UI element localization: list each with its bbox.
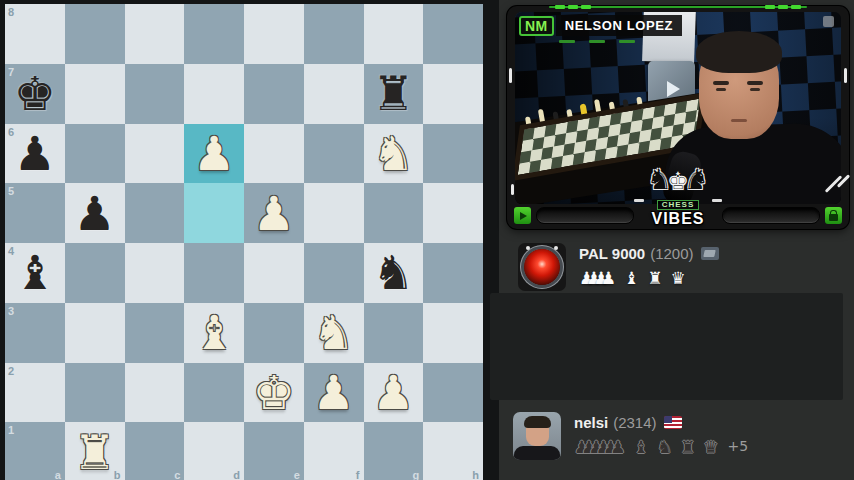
- square-h3[interactable]: [423, 303, 483, 363]
- captured-p-icon: ♟: [610, 439, 625, 456]
- logo-vibes-text: VIBES: [632, 211, 724, 227]
- square-a1[interactable]: 1a: [5, 422, 65, 480]
- square-a7[interactable]: 7♚: [5, 64, 65, 124]
- square-g7[interactable]: ♜: [364, 64, 424, 124]
- player-name[interactable]: PAL 9000: [579, 245, 645, 262]
- piece-white-b-d3[interactable]: ♝: [184, 303, 244, 363]
- piece-black-p-a6[interactable]: ♟: [5, 124, 65, 184]
- square-f7[interactable]: [304, 64, 364, 124]
- square-g8[interactable]: [364, 4, 424, 64]
- square-e5[interactable]: ♟: [244, 183, 304, 243]
- captured-n-icon: ♞: [657, 439, 672, 456]
- captured-b-icon: ♝: [634, 439, 649, 456]
- square-f6[interactable]: [304, 124, 364, 184]
- logo-king-icon: ♚: [667, 169, 689, 194]
- chess-board[interactable]: 87♚♜6♟♟♞5♟♟4♝♞3♝♞2♚♟♟1ab♜cdefgh: [5, 4, 483, 480]
- square-b1[interactable]: b♜: [65, 422, 125, 480]
- piece-white-k-e2[interactable]: ♚: [244, 363, 304, 423]
- square-a8[interactable]: 8: [5, 4, 65, 64]
- square-b3[interactable]: [65, 303, 125, 363]
- square-e8[interactable]: [244, 4, 304, 64]
- square-f1[interactable]: f: [304, 422, 364, 480]
- piece-black-b-a4[interactable]: ♝: [5, 243, 65, 303]
- piece-black-r-g7[interactable]: ♜: [364, 64, 424, 124]
- frame-tick-right: [844, 68, 847, 83]
- rank-label-2: 2: [8, 365, 14, 377]
- square-a3[interactable]: 3: [5, 303, 65, 363]
- video-corner-button[interactable]: [823, 16, 834, 27]
- square-h1[interactable]: h: [423, 422, 483, 480]
- captured-q-icon: ♛: [671, 270, 686, 287]
- square-h7[interactable]: [423, 64, 483, 124]
- chess-vibes-logo: ♞ ♚ ♞ CHESS VIBES: [632, 164, 724, 227]
- square-d1[interactable]: d: [184, 422, 244, 480]
- square-e7[interactable]: [244, 64, 304, 124]
- frame-tick-left: [509, 68, 512, 83]
- lock-icon: [829, 214, 838, 221]
- piece-white-r-b1[interactable]: ♜: [65, 422, 125, 480]
- rank-label-1: 1: [8, 424, 14, 436]
- material-advantage: +5: [728, 438, 749, 456]
- bottom-bar-slot-left: [536, 207, 634, 224]
- file-label-f: f: [356, 469, 360, 480]
- square-g5[interactable]: [364, 183, 424, 243]
- square-h4[interactable]: [423, 243, 483, 303]
- square-e2[interactable]: ♚: [244, 363, 304, 423]
- piece-white-p-f2[interactable]: ♟: [304, 363, 364, 423]
- avatar[interactable]: [513, 412, 561, 460]
- stream-video-frame: NM NELSON LOPEZ ♞ ♚ ♞ CHESS VIBES: [507, 6, 849, 229]
- streamer-hair: [696, 31, 782, 73]
- captured-b-icon: ♝: [624, 270, 639, 287]
- captured-q-icon: ♛: [703, 439, 718, 456]
- piece-white-p-g2[interactable]: ♟: [364, 363, 424, 423]
- file-label-g: g: [413, 469, 420, 480]
- square-c1[interactable]: c: [125, 422, 185, 480]
- player-name[interactable]: nelsi: [574, 414, 608, 431]
- square-c2[interactable]: [125, 363, 185, 423]
- badge-underline-dashes: [559, 40, 635, 43]
- square-b4[interactable]: [65, 243, 125, 303]
- player-card-top: PAL 9000 (1200) ♟♟♟♟♝♜♛: [518, 243, 719, 291]
- streamer-head: [699, 37, 779, 139]
- us-flag-icon: [664, 416, 682, 429]
- move-list-panel[interactable]: [490, 293, 843, 400]
- square-b2[interactable]: [65, 363, 125, 423]
- computer-flag-icon: [701, 247, 719, 260]
- avatar-shirt: [514, 446, 560, 460]
- square-d5[interactable]: [184, 183, 244, 243]
- piece-black-k-a7[interactable]: ♚: [5, 64, 65, 124]
- piece-white-n-g6[interactable]: ♞: [364, 124, 424, 184]
- piece-white-n-f3[interactable]: ♞: [304, 303, 364, 363]
- square-a5[interactable]: 5: [5, 183, 65, 243]
- frame-tick-left-lower: [511, 184, 514, 195]
- square-b7[interactable]: [65, 64, 125, 124]
- square-b6[interactable]: [65, 124, 125, 184]
- frame-top-dashes-right: [765, 5, 801, 9]
- square-c5[interactable]: [125, 183, 185, 243]
- square-h8[interactable]: [423, 4, 483, 64]
- piece-black-p-b5[interactable]: ♟: [65, 183, 125, 243]
- square-d2[interactable]: [184, 363, 244, 423]
- square-a4[interactable]: 4♝: [5, 243, 65, 303]
- square-d6[interactable]: ♟: [184, 124, 244, 184]
- square-f2[interactable]: ♟: [304, 363, 364, 423]
- square-e6[interactable]: [244, 124, 304, 184]
- square-c6[interactable]: [125, 124, 185, 184]
- square-f3[interactable]: ♞: [304, 303, 364, 363]
- rank-label-5: 5: [8, 185, 14, 197]
- logo-chess-text: CHESS: [657, 200, 700, 210]
- square-g3[interactable]: [364, 303, 424, 363]
- file-label-c: c: [174, 469, 180, 480]
- square-f4[interactable]: [304, 243, 364, 303]
- nm-title-badge: NM: [519, 16, 554, 36]
- play-button[interactable]: [514, 207, 531, 224]
- square-c8[interactable]: [125, 4, 185, 64]
- piece-white-p-d6[interactable]: ♟: [184, 124, 244, 184]
- streamer-name-label: NELSON LOPEZ: [556, 15, 682, 36]
- captured-pieces-bottom: ♟♟♟♟♟♟♝♞♜♛+5: [574, 435, 748, 456]
- captured-r-icon: ♜: [680, 439, 695, 456]
- file-label-h: h: [472, 469, 479, 480]
- bottom-bar-slot-right: [722, 207, 820, 224]
- square-c4[interactable]: [125, 243, 185, 303]
- square-h2[interactable]: [423, 363, 483, 423]
- play-icon: [520, 212, 527, 220]
- square-c3[interactable]: [125, 303, 185, 363]
- square-e3[interactable]: [244, 303, 304, 363]
- avatar-face: [526, 419, 549, 446]
- square-g6[interactable]: ♞: [364, 124, 424, 184]
- player-card-bottom: nelsi (2314) ♟♟♟♟♟♟♝♞♜♛+5: [513, 412, 748, 460]
- square-d8[interactable]: [184, 4, 244, 64]
- square-e1[interactable]: e: [244, 422, 304, 480]
- piece-black-n-g4[interactable]: ♞: [364, 243, 424, 303]
- square-h5[interactable]: [423, 183, 483, 243]
- avatar[interactable]: [518, 243, 566, 291]
- square-a6[interactable]: 6♟: [5, 124, 65, 184]
- square-d3[interactable]: ♝: [184, 303, 244, 363]
- captured-pieces-top: ♟♟♟♟♝♜♛: [579, 266, 719, 287]
- square-g4[interactable]: ♞: [364, 243, 424, 303]
- streamer-title-row: NM NELSON LOPEZ: [519, 15, 682, 36]
- square-f8[interactable]: [304, 4, 364, 64]
- square-b8[interactable]: [65, 4, 125, 64]
- player-rating: (2314): [613, 414, 656, 431]
- square-b5[interactable]: ♟: [65, 183, 125, 243]
- square-h6[interactable]: [423, 124, 483, 184]
- rank-label-3: 3: [8, 305, 14, 317]
- captured-r-icon: ♜: [647, 270, 662, 287]
- square-a2[interactable]: 2: [5, 363, 65, 423]
- square-c7[interactable]: [125, 64, 185, 124]
- square-d7[interactable]: [184, 64, 244, 124]
- square-e4[interactable]: [244, 243, 304, 303]
- piece-white-p-e5[interactable]: ♟: [244, 183, 304, 243]
- square-g2[interactable]: ♟: [364, 363, 424, 423]
- square-g1[interactable]: g: [364, 422, 424, 480]
- hal-eye-icon: [524, 249, 560, 285]
- rank-label-8: 8: [8, 6, 14, 18]
- captured-p-icon: ♟: [601, 270, 616, 287]
- file-label-a: a: [55, 469, 61, 480]
- square-d4[interactable]: [184, 243, 244, 303]
- lock-button[interactable]: [825, 207, 842, 224]
- file-label-e: e: [294, 469, 300, 480]
- player-rating: (1200): [650, 245, 693, 262]
- square-f5[interactable]: [304, 183, 364, 243]
- file-label-d: d: [233, 469, 240, 480]
- frame-top-dashes-left: [555, 5, 591, 9]
